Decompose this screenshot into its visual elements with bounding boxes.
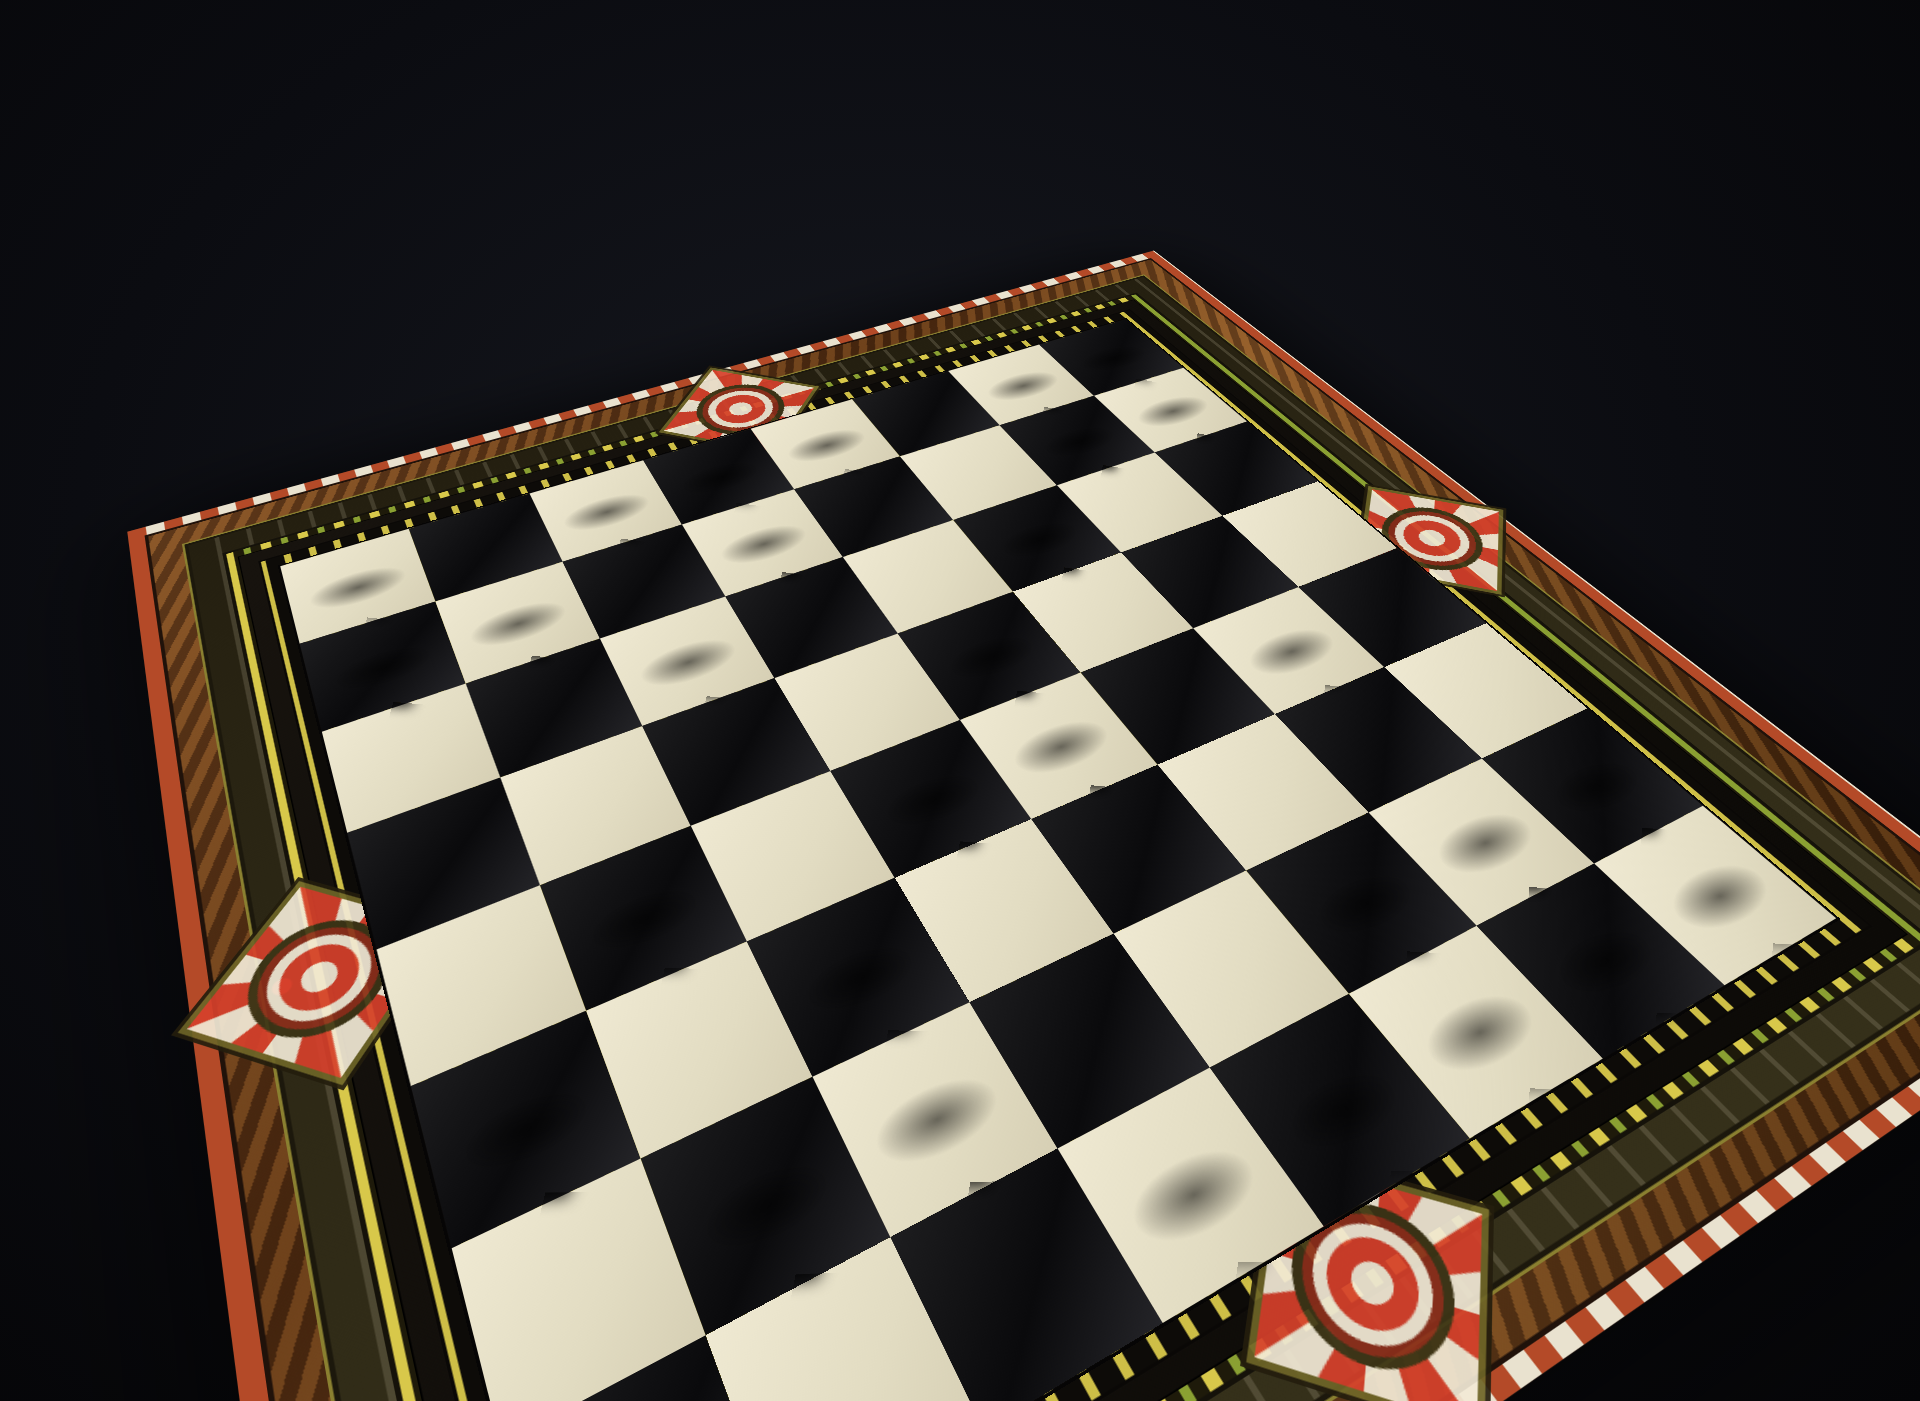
photo-background: ♜♞♛♚♞♜♟♟♟♟♟♝♟♟♝♟♟♝♟♞♟♟♞♟♟♜♛♚♝♜ bbox=[0, 0, 1920, 1401]
board-scene: ♜♞♛♚♞♜♟♟♟♟♟♝♟♟♝♟♟♝♟♞♟♟♞♟♟♜♛♚♝♜ bbox=[60, 0, 1860, 1401]
chess-board: ♜♞♛♚♞♜♟♟♟♟♟♝♟♟♝♟♟♝♟♞♟♟♞♟♟♜♛♚♝♜ bbox=[127, 250, 1920, 1401]
